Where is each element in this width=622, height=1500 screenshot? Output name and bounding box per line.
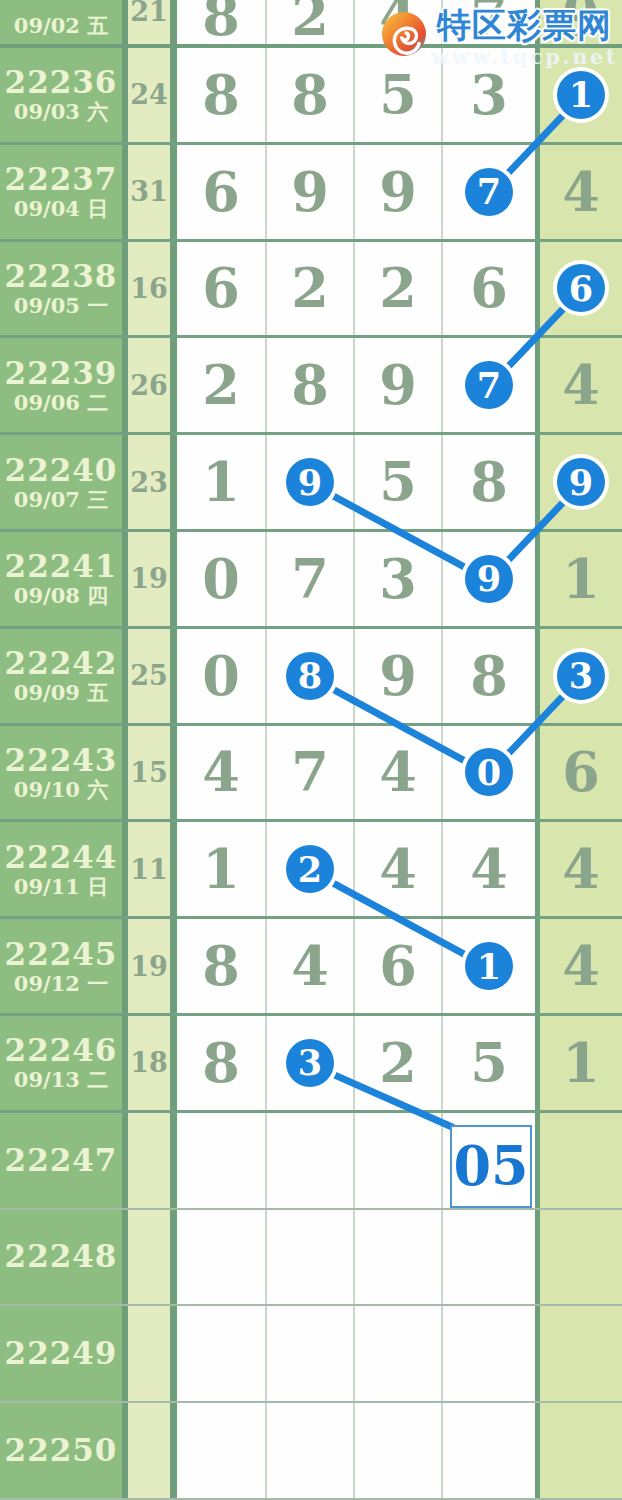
digit-cell: [267, 1210, 355, 1305]
trend-row: 2224209/09 五2508983: [0, 629, 622, 726]
sum-value: 21: [130, 0, 168, 27]
issue-cell: 2224609/13 二: [0, 1016, 128, 1110]
trend-rows: 09/02 五21824792223609/03 六24885312223709…: [0, 0, 622, 1500]
digit: 4: [291, 939, 329, 993]
prediction-cell: [540, 1113, 622, 1208]
issue-number: 22242: [5, 648, 118, 679]
circled-digit: 7: [465, 168, 513, 216]
digit-cell: 6: [355, 919, 443, 1013]
digit-cell: [267, 1403, 355, 1498]
issue-cell: 09/02 五: [0, 0, 128, 44]
digit: 8: [470, 455, 508, 509]
prediction-digit: 4: [562, 358, 600, 412]
next-pick-box: 05: [450, 1125, 532, 1208]
trend-row: 2224109/08 四1907391: [0, 532, 622, 629]
date-label: 09/12 一: [14, 973, 108, 994]
digit-cell: 8: [267, 338, 355, 432]
date-label: 09/04 日: [14, 198, 108, 219]
circled-prediction: 6: [557, 264, 605, 312]
prediction-cell: 6: [540, 726, 622, 820]
digit: 2: [291, 261, 329, 315]
issue-number: 22249: [5, 1338, 118, 1369]
digit-cell: 3: [355, 532, 443, 626]
trend-row: 2224409/11 日1112444: [0, 822, 622, 919]
digit-cell: 2: [267, 0, 355, 44]
prediction-cell: 1: [540, 532, 622, 626]
digit: 8: [291, 68, 329, 122]
digit: 9: [379, 165, 417, 219]
digit-cell: 4: [177, 726, 267, 820]
issue-number: 22244: [5, 842, 118, 873]
prediction-cell: 4: [540, 822, 622, 916]
digit-cell: 05: [443, 1113, 540, 1208]
sum-cell: 25: [128, 629, 177, 723]
sum-value: 23: [130, 467, 168, 498]
digit-cell: 7: [267, 532, 355, 626]
prediction-cell: [540, 1210, 622, 1305]
digit-cell: [443, 1210, 540, 1305]
digit-cell: 0: [177, 532, 267, 626]
issue-cell: 22250: [0, 1403, 128, 1498]
digit-cell: 2: [177, 338, 267, 432]
digit-cell: 8: [177, 0, 267, 44]
digit-cell: [355, 1306, 443, 1401]
digit-cell: 8: [177, 919, 267, 1013]
digit: 6: [470, 261, 508, 315]
issue-number: 22248: [5, 1241, 118, 1272]
issue-number: 22240: [5, 455, 118, 486]
digit-cell: [443, 1403, 540, 1498]
sum-cell: 15: [128, 726, 177, 820]
digit-cell: [177, 1306, 267, 1401]
trend-row: 2224705: [0, 1113, 622, 1210]
digit: 9: [291, 165, 329, 219]
digit-cell: [177, 1403, 267, 1498]
circled-digit: 7: [465, 361, 513, 409]
digit-cell: 0: [443, 726, 540, 820]
circled-digit: 9: [465, 555, 513, 603]
digit-cell: 6: [443, 242, 540, 336]
circled-digit: 8: [286, 652, 334, 700]
date-label: 09/13 二: [14, 1069, 108, 1090]
digit: 5: [379, 455, 417, 509]
issue-cell: 22248: [0, 1210, 128, 1305]
digit-cell: 4: [443, 822, 540, 916]
prediction-digit: 4: [562, 939, 600, 993]
sum-cell: 18: [128, 1016, 177, 1110]
date-label: 09/10 六: [14, 779, 108, 800]
site-logo-text: 特区彩票网 www.tqcp.net: [431, 6, 618, 67]
trend-row: 2224509/12 一1984614: [0, 919, 622, 1016]
digit-cell: 2: [355, 1016, 443, 1110]
digit-cell: 0: [177, 629, 267, 723]
issue-cell: 2224409/11 日: [0, 822, 128, 916]
sum-cell: 31: [128, 145, 177, 239]
date-label: 09/06 二: [14, 392, 108, 413]
issue-cell: 2223609/03 六: [0, 48, 128, 142]
prediction-digit: 1: [562, 552, 600, 606]
issue-number: 22237: [5, 164, 118, 195]
digit: 4: [379, 842, 417, 896]
circled-prediction: 1: [557, 71, 605, 119]
digit-cell: 3: [267, 1016, 355, 1110]
sum-cell: 16: [128, 242, 177, 336]
digit-cell: 5: [355, 435, 443, 529]
sum-cell: 23: [128, 435, 177, 529]
digit: 2: [379, 1036, 417, 1090]
digit-cell: 9: [267, 435, 355, 529]
issue-number: 22239: [5, 358, 118, 389]
digit: 1: [202, 455, 240, 509]
digit-cell: 1: [177, 435, 267, 529]
digit-cell: 9: [267, 145, 355, 239]
digit-cell: [443, 1306, 540, 1401]
digit-cell: 9: [355, 145, 443, 239]
issue-cell: 2224209/09 五: [0, 629, 128, 723]
trend-row: 2223809/05 一1662266: [0, 242, 622, 339]
digit: 5: [379, 68, 417, 122]
prediction-cell: 4: [540, 145, 622, 239]
issue-cell: 2223909/06 二: [0, 338, 128, 432]
circled-prediction: 3: [557, 652, 605, 700]
circled-digit: 3: [286, 1039, 334, 1087]
issue-cell: 2224309/10 六: [0, 726, 128, 820]
trend-row: 2223909/06 二2628974: [0, 338, 622, 435]
digit-cell: 8: [443, 435, 540, 529]
circled-digit: 1: [465, 942, 513, 990]
digit-cell: 1: [443, 919, 540, 1013]
digit: 2: [379, 261, 417, 315]
circled-prediction: 9: [557, 458, 605, 506]
sum-cell: [128, 1403, 177, 1498]
digit: 7: [291, 745, 329, 799]
site-name: 特区彩票网: [437, 6, 612, 45]
digit: 8: [202, 0, 240, 43]
sum-value: 11: [130, 854, 168, 885]
prediction-digit: 1: [562, 1036, 600, 1090]
digit: 4: [202, 745, 240, 799]
site-url: www.tqcp.net: [431, 46, 618, 67]
digit: 8: [202, 939, 240, 993]
sum-value: 19: [130, 951, 168, 982]
digit: 6: [202, 165, 240, 219]
issue-number: 22246: [5, 1035, 118, 1066]
sum-cell: 26: [128, 338, 177, 432]
digit: 0: [202, 649, 240, 703]
prediction-cell: 9: [540, 435, 622, 529]
site-logo: 特区彩票网 www.tqcp.net: [380, 6, 618, 67]
digit: 9: [379, 358, 417, 412]
digit: 8: [202, 1036, 240, 1090]
issue-cell: 2223809/05 一: [0, 242, 128, 336]
digit-cell: 5: [443, 1016, 540, 1110]
digit-cell: [355, 1403, 443, 1498]
prediction-digit: 6: [562, 745, 600, 799]
issue-number: 22247: [5, 1145, 118, 1176]
digit-cell: 7: [443, 145, 540, 239]
issue-number: 22245: [5, 939, 118, 970]
issue-number: 22250: [5, 1435, 118, 1466]
digit-cell: 6: [177, 145, 267, 239]
prediction-cell: 1: [540, 1016, 622, 1110]
prediction-digit: 4: [562, 165, 600, 219]
digit: 1: [202, 842, 240, 896]
digit: 5: [470, 1036, 508, 1090]
issue-cell: 2224009/07 三: [0, 435, 128, 529]
digit-cell: 8: [267, 629, 355, 723]
issue-cell: 2223709/04 日: [0, 145, 128, 239]
prediction-digit: 4: [562, 842, 600, 896]
digit: 2: [291, 0, 329, 43]
sum-cell: [128, 1306, 177, 1401]
digit: 4: [470, 842, 508, 896]
digit-cell: [177, 1113, 267, 1208]
trend-row: 2224009/07 三2319589: [0, 435, 622, 532]
digit-cell: [267, 1306, 355, 1401]
circled-digit: 0: [465, 748, 513, 796]
issue-cell: 2224509/12 一: [0, 919, 128, 1013]
issue-cell: 22249: [0, 1306, 128, 1401]
date-label: 09/07 三: [14, 489, 108, 510]
sum-cell: 21: [128, 0, 177, 44]
digit-cell: 4: [355, 726, 443, 820]
digit: 9: [379, 649, 417, 703]
digit-cell: 8: [267, 48, 355, 142]
digit-cell: 2: [355, 242, 443, 336]
sum-value: 15: [130, 757, 168, 788]
sum-value: 24: [130, 79, 168, 110]
digit: 2: [202, 358, 240, 412]
digit-cell: 8: [177, 48, 267, 142]
digit: 3: [470, 68, 508, 122]
prediction-cell: [540, 1403, 622, 1498]
prediction-cell: [540, 1306, 622, 1401]
prediction-cell: 3: [540, 629, 622, 723]
sum-value: 18: [130, 1047, 168, 1078]
sum-value: 16: [130, 273, 168, 304]
trend-row: 22249: [0, 1306, 622, 1403]
digit: 8: [291, 358, 329, 412]
date-label: 09/05 一: [14, 295, 108, 316]
digit: 8: [202, 68, 240, 122]
digit: 6: [379, 939, 417, 993]
sum-cell: 19: [128, 532, 177, 626]
sum-value: 26: [130, 370, 168, 401]
digit-cell: 9: [443, 532, 540, 626]
digit: 4: [379, 745, 417, 799]
trend-row: 22248: [0, 1210, 622, 1307]
trend-row: 2223709/04 日3169974: [0, 145, 622, 242]
date-label: 09/08 四: [14, 585, 108, 606]
digit-cell: 1: [177, 822, 267, 916]
sum-cell: 19: [128, 919, 177, 1013]
sum-cell: 11: [128, 822, 177, 916]
digit-cell: 9: [355, 629, 443, 723]
digit: 3: [379, 552, 417, 606]
digit-cell: [355, 1113, 443, 1208]
digit-cell: 7: [443, 338, 540, 432]
digit-cell: 2: [267, 822, 355, 916]
trend-row: 2224609/13 二1883251: [0, 1016, 622, 1113]
spiral-logo-icon: [380, 10, 428, 58]
digit-cell: [177, 1210, 267, 1305]
date-label: 09/02 五: [14, 15, 108, 36]
issue-number: 22241: [5, 551, 118, 582]
digit-cell: 9: [355, 338, 443, 432]
sum-value: 19: [130, 563, 168, 594]
digit-cell: 8: [177, 1016, 267, 1110]
issue-cell: 2224109/08 四: [0, 532, 128, 626]
issue-cell: 22247: [0, 1113, 128, 1208]
digit: 7: [291, 552, 329, 606]
digit: 8: [470, 649, 508, 703]
digit-cell: 4: [355, 822, 443, 916]
prediction-cell: 6: [540, 242, 622, 336]
issue-number: 22236: [5, 67, 118, 98]
prediction-cell: 4: [540, 338, 622, 432]
trend-row: 2224309/10 六1547406: [0, 726, 622, 823]
sum-value: 31: [130, 176, 168, 207]
digit-cell: [267, 1113, 355, 1208]
next-pick-value: 05: [453, 1139, 528, 1193]
digit: 6: [202, 261, 240, 315]
digit-cell: 4: [267, 919, 355, 1013]
digit-cell: 2: [267, 242, 355, 336]
sum-value: 25: [130, 660, 168, 691]
issue-number: 22238: [5, 261, 118, 292]
issue-number: 22243: [5, 745, 118, 776]
circled-digit: 2: [286, 845, 334, 893]
lottery-trend-chart-board: 09/02 五21824792223609/03 六24885312223709…: [0, 0, 622, 1500]
prediction-cell: 4: [540, 919, 622, 1013]
date-label: 09/11 日: [14, 876, 108, 897]
digit-cell: 6: [177, 242, 267, 336]
digit-cell: 8: [443, 629, 540, 723]
digit: 0: [202, 552, 240, 606]
date-label: 09/09 五: [14, 682, 108, 703]
sum-cell: [128, 1113, 177, 1208]
digit-cell: [355, 1210, 443, 1305]
sum-cell: [128, 1210, 177, 1305]
digit-cell: 7: [267, 726, 355, 820]
circled-digit: 9: [286, 458, 334, 506]
date-label: 09/03 六: [14, 101, 108, 122]
trend-row: 22250: [0, 1403, 622, 1500]
sum-cell: 24: [128, 48, 177, 142]
